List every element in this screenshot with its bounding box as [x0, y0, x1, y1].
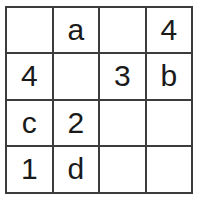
cell-r2c1[interactable]: 4 — [7, 54, 52, 99]
cell-r4c3[interactable] — [100, 147, 145, 192]
cell-r4c4[interactable] — [147, 147, 192, 192]
sudoku-board: a 4 4 3 b c 2 1 d — [5, 6, 193, 194]
cell-r2c3[interactable]: 3 — [100, 54, 145, 99]
cell-r2c4[interactable]: b — [147, 54, 192, 99]
cell-r1c2[interactable]: a — [54, 8, 99, 53]
cell-r3c4[interactable] — [147, 101, 192, 146]
cell-r3c3[interactable] — [100, 101, 145, 146]
cell-r1c1[interactable] — [7, 8, 52, 53]
cell-r3c1[interactable]: c — [7, 101, 52, 146]
page: a 4 4 3 b c 2 1 d — [0, 0, 198, 199]
cell-r2c2[interactable] — [54, 54, 99, 99]
cell-r1c3[interactable] — [100, 8, 145, 53]
cell-r4c2[interactable]: d — [54, 147, 99, 192]
cell-r3c2[interactable]: 2 — [54, 101, 99, 146]
cell-r1c4[interactable]: 4 — [147, 8, 192, 53]
cell-r4c1[interactable]: 1 — [7, 147, 52, 192]
